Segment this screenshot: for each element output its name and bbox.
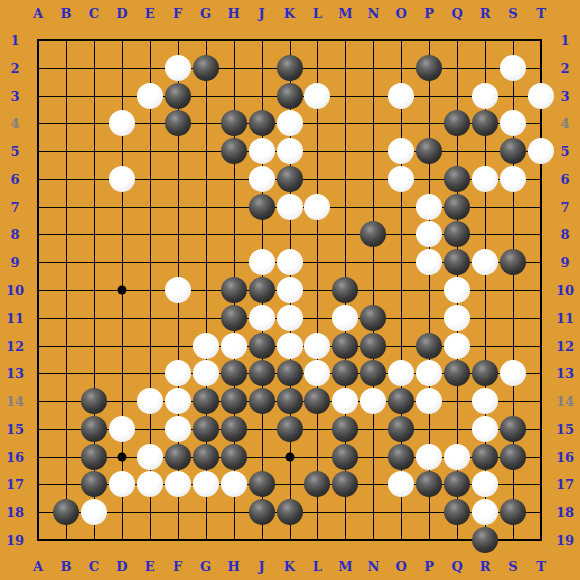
intersection-H3[interactable] xyxy=(220,82,248,110)
intersection-G12[interactable] xyxy=(192,332,220,360)
intersection-T10[interactable] xyxy=(527,276,555,304)
intersection-G14[interactable] xyxy=(192,387,220,415)
intersection-O18[interactable] xyxy=(387,498,415,526)
intersection-A1[interactable] xyxy=(24,26,52,54)
intersection-E1[interactable] xyxy=(136,26,164,54)
intersection-H15[interactable] xyxy=(220,415,248,443)
intersection-P11[interactable] xyxy=(415,304,443,332)
intersection-S16[interactable] xyxy=(499,443,527,471)
intersection-B5[interactable] xyxy=(52,137,80,165)
intersection-O16[interactable] xyxy=(387,443,415,471)
intersection-C15[interactable] xyxy=(80,415,108,443)
intersection-K2[interactable] xyxy=(276,54,304,82)
intersection-J8[interactable] xyxy=(248,220,276,248)
intersection-Q1[interactable] xyxy=(443,26,471,54)
intersection-E8[interactable] xyxy=(136,220,164,248)
intersection-E15[interactable] xyxy=(136,415,164,443)
intersection-O17[interactable] xyxy=(387,470,415,498)
intersection-F16[interactable] xyxy=(164,443,192,471)
intersection-F5[interactable] xyxy=(164,137,192,165)
intersection-A13[interactable] xyxy=(24,359,52,387)
intersection-L10[interactable] xyxy=(303,276,331,304)
intersection-Q9[interactable] xyxy=(443,248,471,276)
intersection-B3[interactable] xyxy=(52,82,80,110)
intersection-B13[interactable] xyxy=(52,359,80,387)
intersection-M14[interactable] xyxy=(331,387,359,415)
intersection-C11[interactable] xyxy=(80,304,108,332)
intersection-Q5[interactable] xyxy=(443,137,471,165)
intersection-S8[interactable] xyxy=(499,220,527,248)
intersection-C18[interactable] xyxy=(80,498,108,526)
intersection-E9[interactable] xyxy=(136,248,164,276)
intersection-B16[interactable] xyxy=(52,443,80,471)
intersection-S4[interactable] xyxy=(499,109,527,137)
intersection-M4[interactable] xyxy=(331,109,359,137)
intersection-R13[interactable] xyxy=(471,359,499,387)
intersection-E14[interactable] xyxy=(136,387,164,415)
intersection-O4[interactable] xyxy=(387,109,415,137)
intersection-S14[interactable] xyxy=(499,387,527,415)
intersection-P12[interactable] xyxy=(415,332,443,360)
intersection-F15[interactable] xyxy=(164,415,192,443)
intersection-P9[interactable] xyxy=(415,248,443,276)
intersection-B12[interactable] xyxy=(52,332,80,360)
intersection-S10[interactable] xyxy=(499,276,527,304)
intersection-M8[interactable] xyxy=(331,220,359,248)
intersection-J6[interactable] xyxy=(248,165,276,193)
intersection-G17[interactable] xyxy=(192,470,220,498)
intersection-T8[interactable] xyxy=(527,220,555,248)
intersection-P7[interactable] xyxy=(415,193,443,221)
intersection-H4[interactable] xyxy=(220,109,248,137)
intersection-J7[interactable] xyxy=(248,193,276,221)
intersection-K19[interactable] xyxy=(276,526,304,554)
intersection-T5[interactable] xyxy=(527,137,555,165)
intersection-K11[interactable] xyxy=(276,304,304,332)
intersection-P1[interactable] xyxy=(415,26,443,54)
intersection-M6[interactable] xyxy=(331,165,359,193)
intersection-L16[interactable] xyxy=(303,443,331,471)
intersection-T18[interactable] xyxy=(527,498,555,526)
intersection-K9[interactable] xyxy=(276,248,304,276)
intersection-S3[interactable] xyxy=(499,82,527,110)
intersection-O5[interactable] xyxy=(387,137,415,165)
intersection-R7[interactable] xyxy=(471,193,499,221)
intersection-S18[interactable] xyxy=(499,498,527,526)
intersection-Q19[interactable] xyxy=(443,526,471,554)
intersection-E18[interactable] xyxy=(136,498,164,526)
intersection-B19[interactable] xyxy=(52,526,80,554)
intersection-P3[interactable] xyxy=(415,82,443,110)
intersection-L9[interactable] xyxy=(303,248,331,276)
intersection-Q15[interactable] xyxy=(443,415,471,443)
intersection-O13[interactable] xyxy=(387,359,415,387)
intersection-P2[interactable] xyxy=(415,54,443,82)
intersection-T3[interactable] xyxy=(527,82,555,110)
intersection-C3[interactable] xyxy=(80,82,108,110)
intersection-R6[interactable] xyxy=(471,165,499,193)
intersection-R12[interactable] xyxy=(471,332,499,360)
intersection-A8[interactable] xyxy=(24,220,52,248)
intersection-Q11[interactable] xyxy=(443,304,471,332)
intersection-E11[interactable] xyxy=(136,304,164,332)
intersection-P19[interactable] xyxy=(415,526,443,554)
intersection-N5[interactable] xyxy=(359,137,387,165)
intersection-H9[interactable] xyxy=(220,248,248,276)
intersection-Q16[interactable] xyxy=(443,443,471,471)
intersection-R1[interactable] xyxy=(471,26,499,54)
intersection-G2[interactable] xyxy=(192,54,220,82)
intersection-A7[interactable] xyxy=(24,193,52,221)
intersection-F4[interactable] xyxy=(164,109,192,137)
intersection-S17[interactable] xyxy=(499,470,527,498)
intersection-D6[interactable] xyxy=(108,165,136,193)
intersection-C13[interactable] xyxy=(80,359,108,387)
intersection-L5[interactable] xyxy=(303,137,331,165)
intersection-B10[interactable] xyxy=(52,276,80,304)
intersection-Q14[interactable] xyxy=(443,387,471,415)
intersection-O9[interactable] xyxy=(387,248,415,276)
intersection-R9[interactable] xyxy=(471,248,499,276)
intersection-A2[interactable] xyxy=(24,54,52,82)
intersection-H7[interactable] xyxy=(220,193,248,221)
intersection-R3[interactable] xyxy=(471,82,499,110)
intersection-G4[interactable] xyxy=(192,109,220,137)
intersection-T11[interactable] xyxy=(527,304,555,332)
intersection-E12[interactable] xyxy=(136,332,164,360)
intersection-T9[interactable] xyxy=(527,248,555,276)
intersection-N8[interactable] xyxy=(359,220,387,248)
intersection-H14[interactable] xyxy=(220,387,248,415)
intersection-H5[interactable] xyxy=(220,137,248,165)
intersection-A19[interactable] xyxy=(24,526,52,554)
intersection-F13[interactable] xyxy=(164,359,192,387)
intersection-M10[interactable] xyxy=(331,276,359,304)
intersection-D17[interactable] xyxy=(108,470,136,498)
intersection-F14[interactable] xyxy=(164,387,192,415)
intersection-S5[interactable] xyxy=(499,137,527,165)
intersection-R14[interactable] xyxy=(471,387,499,415)
intersection-F8[interactable] xyxy=(164,220,192,248)
intersection-K5[interactable] xyxy=(276,137,304,165)
intersection-M2[interactable] xyxy=(331,54,359,82)
intersection-R2[interactable] xyxy=(471,54,499,82)
intersection-G1[interactable] xyxy=(192,26,220,54)
intersection-R15[interactable] xyxy=(471,415,499,443)
intersection-L2[interactable] xyxy=(303,54,331,82)
intersection-L4[interactable] xyxy=(303,109,331,137)
intersection-K6[interactable] xyxy=(276,165,304,193)
intersection-T16[interactable] xyxy=(527,443,555,471)
intersection-H11[interactable] xyxy=(220,304,248,332)
intersection-A3[interactable] xyxy=(24,82,52,110)
intersection-P10[interactable] xyxy=(415,276,443,304)
intersection-J19[interactable] xyxy=(248,526,276,554)
intersection-M5[interactable] xyxy=(331,137,359,165)
intersection-D15[interactable] xyxy=(108,415,136,443)
intersection-T13[interactable] xyxy=(527,359,555,387)
intersection-P6[interactable] xyxy=(415,165,443,193)
intersection-D19[interactable] xyxy=(108,526,136,554)
intersection-Q13[interactable] xyxy=(443,359,471,387)
intersection-N7[interactable] xyxy=(359,193,387,221)
intersection-C2[interactable] xyxy=(80,54,108,82)
intersection-H2[interactable] xyxy=(220,54,248,82)
intersection-H10[interactable] xyxy=(220,276,248,304)
intersection-D9[interactable] xyxy=(108,248,136,276)
intersection-O15[interactable] xyxy=(387,415,415,443)
intersection-S19[interactable] xyxy=(499,526,527,554)
intersection-R18[interactable] xyxy=(471,498,499,526)
intersection-L8[interactable] xyxy=(303,220,331,248)
intersection-O12[interactable] xyxy=(387,332,415,360)
intersection-C4[interactable] xyxy=(80,109,108,137)
intersection-K12[interactable] xyxy=(276,332,304,360)
intersection-F9[interactable] xyxy=(164,248,192,276)
intersection-A9[interactable] xyxy=(24,248,52,276)
intersection-S15[interactable] xyxy=(499,415,527,443)
intersection-J9[interactable] xyxy=(248,248,276,276)
intersection-K14[interactable] xyxy=(276,387,304,415)
intersection-L7[interactable] xyxy=(303,193,331,221)
intersection-G15[interactable] xyxy=(192,415,220,443)
intersection-D18[interactable] xyxy=(108,498,136,526)
intersection-O6[interactable] xyxy=(387,165,415,193)
intersection-F11[interactable] xyxy=(164,304,192,332)
intersection-G10[interactable] xyxy=(192,276,220,304)
intersection-G18[interactable] xyxy=(192,498,220,526)
intersection-L12[interactable] xyxy=(303,332,331,360)
intersection-D10[interactable] xyxy=(108,276,136,304)
intersection-N16[interactable] xyxy=(359,443,387,471)
intersection-K3[interactable] xyxy=(276,82,304,110)
intersection-D12[interactable] xyxy=(108,332,136,360)
intersection-Q8[interactable] xyxy=(443,220,471,248)
intersection-C12[interactable] xyxy=(80,332,108,360)
intersection-E2[interactable] xyxy=(136,54,164,82)
intersection-B9[interactable] xyxy=(52,248,80,276)
intersection-B8[interactable] xyxy=(52,220,80,248)
intersection-Q4[interactable] xyxy=(443,109,471,137)
intersection-E6[interactable] xyxy=(136,165,164,193)
intersection-M12[interactable] xyxy=(331,332,359,360)
intersection-J13[interactable] xyxy=(248,359,276,387)
intersection-O8[interactable] xyxy=(387,220,415,248)
intersection-F3[interactable] xyxy=(164,82,192,110)
intersection-E10[interactable] xyxy=(136,276,164,304)
intersection-M16[interactable] xyxy=(331,443,359,471)
intersection-M17[interactable] xyxy=(331,470,359,498)
intersection-C14[interactable] xyxy=(80,387,108,415)
intersection-C19[interactable] xyxy=(80,526,108,554)
intersection-J17[interactable] xyxy=(248,470,276,498)
intersection-P4[interactable] xyxy=(415,109,443,137)
intersection-S7[interactable] xyxy=(499,193,527,221)
intersection-E19[interactable] xyxy=(136,526,164,554)
intersection-N14[interactable] xyxy=(359,387,387,415)
intersection-P5[interactable] xyxy=(415,137,443,165)
intersection-S13[interactable] xyxy=(499,359,527,387)
intersection-O3[interactable] xyxy=(387,82,415,110)
intersection-C6[interactable] xyxy=(80,165,108,193)
intersection-L17[interactable] xyxy=(303,470,331,498)
intersection-C5[interactable] xyxy=(80,137,108,165)
intersection-F12[interactable] xyxy=(164,332,192,360)
intersection-B4[interactable] xyxy=(52,109,80,137)
intersection-T15[interactable] xyxy=(527,415,555,443)
intersection-R11[interactable] xyxy=(471,304,499,332)
intersection-R16[interactable] xyxy=(471,443,499,471)
intersection-D8[interactable] xyxy=(108,220,136,248)
intersection-O1[interactable] xyxy=(387,26,415,54)
intersection-G6[interactable] xyxy=(192,165,220,193)
intersection-O7[interactable] xyxy=(387,193,415,221)
intersection-S9[interactable] xyxy=(499,248,527,276)
intersection-D3[interactable] xyxy=(108,82,136,110)
intersection-R10[interactable] xyxy=(471,276,499,304)
intersection-L6[interactable] xyxy=(303,165,331,193)
intersection-L11[interactable] xyxy=(303,304,331,332)
intersection-A17[interactable] xyxy=(24,470,52,498)
intersection-K1[interactable] xyxy=(276,26,304,54)
intersection-T7[interactable] xyxy=(527,193,555,221)
intersection-J4[interactable] xyxy=(248,109,276,137)
intersection-N3[interactable] xyxy=(359,82,387,110)
intersection-D11[interactable] xyxy=(108,304,136,332)
intersection-D7[interactable] xyxy=(108,193,136,221)
intersection-T6[interactable] xyxy=(527,165,555,193)
intersection-G16[interactable] xyxy=(192,443,220,471)
intersection-G19[interactable] xyxy=(192,526,220,554)
intersection-H13[interactable] xyxy=(220,359,248,387)
intersection-F17[interactable] xyxy=(164,470,192,498)
intersection-L15[interactable] xyxy=(303,415,331,443)
intersection-D5[interactable] xyxy=(108,137,136,165)
intersection-K4[interactable] xyxy=(276,109,304,137)
intersection-G7[interactable] xyxy=(192,193,220,221)
intersection-K7[interactable] xyxy=(276,193,304,221)
intersection-M19[interactable] xyxy=(331,526,359,554)
intersection-P17[interactable] xyxy=(415,470,443,498)
intersection-H19[interactable] xyxy=(220,526,248,554)
intersection-N1[interactable] xyxy=(359,26,387,54)
intersection-J11[interactable] xyxy=(248,304,276,332)
intersection-R8[interactable] xyxy=(471,220,499,248)
intersection-M7[interactable] xyxy=(331,193,359,221)
intersection-B2[interactable] xyxy=(52,54,80,82)
intersection-H17[interactable] xyxy=(220,470,248,498)
intersection-N4[interactable] xyxy=(359,109,387,137)
go-board[interactable]: AABBCCDDEEFFGGHHJJKKLLMMNNOOPPQQRRSSTT11… xyxy=(0,0,580,580)
intersection-S1[interactable] xyxy=(499,26,527,54)
intersection-C9[interactable] xyxy=(80,248,108,276)
intersection-M3[interactable] xyxy=(331,82,359,110)
intersection-H18[interactable] xyxy=(220,498,248,526)
intersection-M11[interactable] xyxy=(331,304,359,332)
intersection-E16[interactable] xyxy=(136,443,164,471)
intersection-K17[interactable] xyxy=(276,470,304,498)
intersection-Q10[interactable] xyxy=(443,276,471,304)
intersection-B11[interactable] xyxy=(52,304,80,332)
intersection-J14[interactable] xyxy=(248,387,276,415)
intersection-N10[interactable] xyxy=(359,276,387,304)
intersection-F6[interactable] xyxy=(164,165,192,193)
intersection-T19[interactable] xyxy=(527,526,555,554)
intersection-K8[interactable] xyxy=(276,220,304,248)
intersection-G9[interactable] xyxy=(192,248,220,276)
intersection-B15[interactable] xyxy=(52,415,80,443)
intersection-D2[interactable] xyxy=(108,54,136,82)
intersection-F10[interactable] xyxy=(164,276,192,304)
intersection-O2[interactable] xyxy=(387,54,415,82)
intersection-S11[interactable] xyxy=(499,304,527,332)
intersection-O14[interactable] xyxy=(387,387,415,415)
intersection-G5[interactable] xyxy=(192,137,220,165)
intersection-L14[interactable] xyxy=(303,387,331,415)
intersection-Q6[interactable] xyxy=(443,165,471,193)
intersection-H16[interactable] xyxy=(220,443,248,471)
intersection-L13[interactable] xyxy=(303,359,331,387)
intersection-G3[interactable] xyxy=(192,82,220,110)
intersection-J10[interactable] xyxy=(248,276,276,304)
intersection-B14[interactable] xyxy=(52,387,80,415)
intersection-A18[interactable] xyxy=(24,498,52,526)
intersection-M13[interactable] xyxy=(331,359,359,387)
intersection-H8[interactable] xyxy=(220,220,248,248)
intersection-R19[interactable] xyxy=(471,526,499,554)
intersection-L3[interactable] xyxy=(303,82,331,110)
intersection-D14[interactable] xyxy=(108,387,136,415)
intersection-N17[interactable] xyxy=(359,470,387,498)
intersection-T17[interactable] xyxy=(527,470,555,498)
intersection-J3[interactable] xyxy=(248,82,276,110)
intersection-B18[interactable] xyxy=(52,498,80,526)
intersection-C8[interactable] xyxy=(80,220,108,248)
intersection-R5[interactable] xyxy=(471,137,499,165)
intersection-H1[interactable] xyxy=(220,26,248,54)
intersection-E5[interactable] xyxy=(136,137,164,165)
intersection-T4[interactable] xyxy=(527,109,555,137)
intersection-N18[interactable] xyxy=(359,498,387,526)
intersection-K13[interactable] xyxy=(276,359,304,387)
intersection-F7[interactable] xyxy=(164,193,192,221)
intersection-N12[interactable] xyxy=(359,332,387,360)
intersection-A6[interactable] xyxy=(24,165,52,193)
intersection-P13[interactable] xyxy=(415,359,443,387)
intersection-J5[interactable] xyxy=(248,137,276,165)
intersection-M1[interactable] xyxy=(331,26,359,54)
intersection-R4[interactable] xyxy=(471,109,499,137)
intersection-E4[interactable] xyxy=(136,109,164,137)
intersection-N19[interactable] xyxy=(359,526,387,554)
intersection-A5[interactable] xyxy=(24,137,52,165)
intersection-F1[interactable] xyxy=(164,26,192,54)
intersection-Q2[interactable] xyxy=(443,54,471,82)
intersection-F2[interactable] xyxy=(164,54,192,82)
intersection-N13[interactable] xyxy=(359,359,387,387)
intersection-J16[interactable] xyxy=(248,443,276,471)
intersection-P15[interactable] xyxy=(415,415,443,443)
intersection-N6[interactable] xyxy=(359,165,387,193)
intersection-S12[interactable] xyxy=(499,332,527,360)
intersection-M15[interactable] xyxy=(331,415,359,443)
intersection-G11[interactable] xyxy=(192,304,220,332)
intersection-A16[interactable] xyxy=(24,443,52,471)
intersection-D13[interactable] xyxy=(108,359,136,387)
intersection-J18[interactable] xyxy=(248,498,276,526)
intersection-E17[interactable] xyxy=(136,470,164,498)
intersection-T1[interactable] xyxy=(527,26,555,54)
